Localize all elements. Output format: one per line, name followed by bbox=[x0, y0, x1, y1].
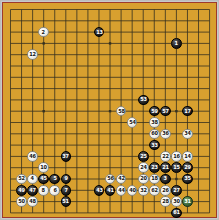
stone-white-60-O8[interactable]: 60 bbox=[149, 129, 160, 140]
stone-black-3-P4[interactable]: 3 bbox=[160, 174, 171, 185]
stone-move-number: 13 bbox=[96, 29, 102, 35]
stone-black-25-N6[interactable]: 25 bbox=[138, 151, 149, 162]
stone-white-40-M3[interactable]: 40 bbox=[127, 185, 138, 196]
stone-black-27-Q3[interactable]: 27 bbox=[171, 185, 182, 196]
stone-move-number: 12 bbox=[29, 52, 35, 58]
stone-white-24-N5[interactable]: 24 bbox=[138, 162, 149, 173]
stone-move-number: 32 bbox=[140, 188, 146, 194]
board-outer-edge: 1234567891012131415161718202122232425262… bbox=[0, 0, 219, 220]
star-point bbox=[175, 110, 177, 112]
stone-move-number: 5 bbox=[53, 176, 56, 182]
stone-black-43-J3[interactable]: 43 bbox=[94, 185, 105, 196]
stone-move-number: 30 bbox=[173, 199, 179, 205]
stone-white-48-C2[interactable]: 48 bbox=[27, 196, 38, 207]
stone-black-35-R4[interactable]: 35 bbox=[182, 174, 193, 185]
stone-black-15-Q5[interactable]: 15 bbox=[171, 162, 182, 173]
star-point bbox=[42, 42, 44, 44]
stone-white-12-C15[interactable]: 12 bbox=[27, 49, 38, 60]
stone-move-number: 47 bbox=[29, 188, 35, 194]
stone-move-number: 54 bbox=[129, 120, 135, 126]
stone-white-10-D5[interactable]: 10 bbox=[38, 162, 49, 173]
stone-green-31-R2[interactable]: 31 bbox=[182, 196, 193, 207]
stone-move-number: 16 bbox=[173, 154, 179, 160]
stone-white-38-O9[interactable]: 38 bbox=[149, 117, 160, 128]
stone-move-number: 31 bbox=[184, 199, 190, 205]
stone-move-number: 61 bbox=[173, 210, 179, 216]
stone-move-number: 22 bbox=[162, 154, 168, 160]
stone-white-20-N4[interactable]: 20 bbox=[138, 174, 149, 185]
stone-move-number: 46 bbox=[29, 154, 35, 160]
stone-move-number: 38 bbox=[151, 120, 157, 126]
stone-black-1-Q16[interactable]: 1 bbox=[171, 38, 182, 49]
stone-move-number: 2 bbox=[42, 29, 45, 35]
stone-move-number: 58 bbox=[118, 108, 124, 114]
stone-white-8-D3[interactable]: 8 bbox=[38, 185, 49, 196]
stone-white-50-B2[interactable]: 50 bbox=[16, 196, 27, 207]
stone-move-number: 20 bbox=[140, 176, 146, 182]
stone-white-32-N3[interactable]: 32 bbox=[138, 185, 149, 196]
stone-black-33-O7[interactable]: 33 bbox=[149, 140, 160, 151]
stone-black-21-P5[interactable]: 21 bbox=[160, 162, 171, 173]
stone-white-22-P6[interactable]: 22 bbox=[160, 151, 171, 162]
stone-white-52-B4[interactable]: 52 bbox=[16, 174, 27, 185]
stone-black-47-C3[interactable]: 47 bbox=[27, 185, 38, 196]
stone-move-number: 7 bbox=[64, 188, 67, 194]
stone-move-number: 14 bbox=[184, 154, 190, 160]
stone-black-51-F2[interactable]: 51 bbox=[61, 196, 72, 207]
stone-move-number: 42 bbox=[118, 176, 124, 182]
stone-move-number: 45 bbox=[40, 176, 46, 182]
stone-move-number: 40 bbox=[129, 188, 135, 194]
stone-move-number: 9 bbox=[64, 176, 67, 182]
stone-move-number: 28 bbox=[162, 199, 168, 205]
stone-move-number: 51 bbox=[63, 199, 69, 205]
star-point bbox=[175, 178, 177, 180]
screenshot-root: 1234567891012131415161718202122232425262… bbox=[0, 0, 219, 220]
stone-white-46-C6[interactable]: 46 bbox=[27, 151, 38, 162]
stone-move-number: 3 bbox=[164, 176, 167, 182]
stone-move-number: 59 bbox=[151, 108, 157, 114]
stone-black-7-F3[interactable]: 7 bbox=[61, 185, 72, 196]
stone-move-number: 50 bbox=[18, 199, 24, 205]
stone-move-number: 17 bbox=[184, 108, 190, 114]
stone-move-number: 27 bbox=[173, 188, 179, 194]
star-point bbox=[109, 42, 111, 44]
stone-move-number: 25 bbox=[140, 154, 146, 160]
stone-move-number: 15 bbox=[173, 165, 179, 171]
stone-black-57-P10[interactable]: 57 bbox=[160, 106, 171, 117]
stone-black-49-B3[interactable]: 49 bbox=[16, 185, 27, 196]
stone-black-45-D4[interactable]: 45 bbox=[38, 174, 49, 185]
stone-black-41-K3[interactable]: 41 bbox=[105, 185, 116, 196]
stone-move-number: 48 bbox=[29, 199, 35, 205]
stone-move-number: 56 bbox=[107, 176, 113, 182]
stone-black-53-N11[interactable]: 53 bbox=[138, 95, 149, 106]
stone-white-14-R6[interactable]: 14 bbox=[182, 151, 193, 162]
stone-white-4-C4[interactable]: 4 bbox=[27, 174, 38, 185]
stone-black-59-O10[interactable]: 59 bbox=[149, 106, 160, 117]
stone-white-30-Q2[interactable]: 30 bbox=[171, 196, 182, 207]
stone-move-number: 18 bbox=[151, 176, 157, 182]
stone-move-number: 24 bbox=[140, 165, 146, 171]
go-board[interactable]: 1234567891012131415161718202122232425262… bbox=[2, 2, 217, 218]
stone-move-number: 37 bbox=[63, 154, 69, 160]
stone-black-37-F6[interactable]: 37 bbox=[61, 151, 72, 162]
stone-move-number: 1 bbox=[175, 41, 178, 47]
stone-move-number: 8 bbox=[42, 188, 45, 194]
star-point bbox=[109, 110, 111, 112]
stone-move-number: 53 bbox=[140, 97, 146, 103]
stone-white-62-O3[interactable]: 62 bbox=[149, 185, 160, 196]
stone-move-number: 33 bbox=[151, 142, 157, 148]
stone-white-6-E3[interactable]: 6 bbox=[49, 185, 60, 196]
stone-move-number: 62 bbox=[151, 188, 157, 194]
stone-move-number: 52 bbox=[18, 176, 24, 182]
stone-move-number: 35 bbox=[184, 176, 190, 182]
stone-move-number: 29 bbox=[184, 165, 190, 171]
stone-move-number: 21 bbox=[162, 165, 168, 171]
stone-white-18-O4[interactable]: 18 bbox=[149, 174, 160, 185]
stone-white-26-P3[interactable]: 26 bbox=[160, 185, 171, 196]
stone-move-number: 44 bbox=[118, 188, 124, 194]
stone-black-61-Q1[interactable]: 61 bbox=[171, 208, 182, 219]
stone-move-number: 60 bbox=[151, 131, 157, 137]
stone-move-number: 23 bbox=[151, 165, 157, 171]
stone-white-28-P2[interactable]: 28 bbox=[160, 196, 171, 207]
stone-move-number: 36 bbox=[162, 131, 168, 137]
stone-black-23-O5[interactable]: 23 bbox=[149, 162, 160, 173]
stone-move-number: 41 bbox=[107, 188, 113, 194]
stone-move-number: 43 bbox=[96, 188, 102, 194]
stone-white-44-L3[interactable]: 44 bbox=[116, 185, 127, 196]
stone-black-29-R5[interactable]: 29 bbox=[182, 162, 193, 173]
stone-white-34-R8[interactable]: 34 bbox=[182, 129, 193, 140]
stone-move-number: 6 bbox=[53, 188, 56, 194]
stone-move-number: 4 bbox=[31, 176, 34, 182]
stone-move-number: 49 bbox=[18, 188, 24, 194]
stone-white-36-P8[interactable]: 36 bbox=[160, 129, 171, 140]
stone-move-number: 57 bbox=[162, 108, 168, 114]
stone-move-number: 34 bbox=[184, 131, 190, 137]
stone-white-16-Q6[interactable]: 16 bbox=[171, 151, 182, 162]
stone-move-number: 26 bbox=[162, 188, 168, 194]
stone-move-number: 10 bbox=[40, 165, 46, 171]
star-point bbox=[42, 110, 44, 112]
